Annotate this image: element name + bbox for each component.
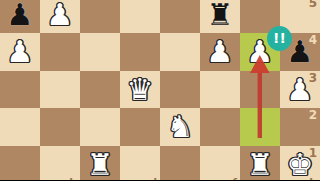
white-queen[interactable]: ♛: [127, 71, 154, 109]
square-b4[interactable]: [40, 33, 80, 71]
square-d3[interactable]: ♛: [120, 71, 160, 109]
square-c1[interactable]: ♜: [80, 146, 120, 181]
square-c2[interactable]: [80, 108, 120, 146]
square-h1[interactable]: ♚: [280, 146, 320, 181]
white-knight[interactable]: ♞: [167, 108, 194, 146]
white-rook[interactable]: ♜: [247, 146, 274, 181]
square-b2[interactable]: [40, 108, 80, 146]
chess-board-screenshot: ♟♟♜♟♟♟♟♛♟♞♜♜♚ !! 54321abcdefgh: [0, 0, 320, 180]
square-f4[interactable]: ♟: [200, 33, 240, 71]
square-b5[interactable]: ♟: [40, 0, 80, 33]
white-pawn[interactable]: ♟: [7, 33, 34, 71]
square-b1[interactable]: [40, 146, 80, 181]
square-f3[interactable]: [200, 71, 240, 109]
square-e1[interactable]: [160, 146, 200, 181]
square-f1[interactable]: [200, 146, 240, 181]
white-pawn[interactable]: ♟: [47, 0, 74, 33]
square-c4[interactable]: [80, 33, 120, 71]
brilliant-move-badge: !!: [267, 26, 292, 51]
white-rook[interactable]: ♜: [87, 146, 114, 181]
square-b3[interactable]: [40, 71, 80, 109]
black-rook[interactable]: ♜: [207, 0, 234, 33]
square-a2[interactable]: [0, 108, 40, 146]
square-g1[interactable]: ♜: [240, 146, 280, 181]
square-e4[interactable]: [160, 33, 200, 71]
square-c3[interactable]: [80, 71, 120, 109]
square-c5[interactable]: [80, 0, 120, 33]
square-d5[interactable]: [120, 0, 160, 33]
square-f5[interactable]: ♜: [200, 0, 240, 33]
square-g2[interactable]: [240, 108, 280, 146]
square-d2[interactable]: [120, 108, 160, 146]
white-pawn[interactable]: ♟: [207, 33, 234, 71]
square-d1[interactable]: [120, 146, 160, 181]
square-h2[interactable]: [280, 108, 320, 146]
square-a3[interactable]: [0, 71, 40, 109]
white-king[interactable]: ♚: [287, 146, 314, 181]
black-pawn[interactable]: ♟: [7, 0, 34, 33]
square-f2[interactable]: [200, 108, 240, 146]
white-pawn[interactable]: ♟: [287, 71, 314, 109]
square-e2[interactable]: ♞: [160, 108, 200, 146]
square-e3[interactable]: [160, 71, 200, 109]
square-g3[interactable]: [240, 71, 280, 109]
square-e5[interactable]: [160, 0, 200, 33]
square-a5[interactable]: ♟: [0, 0, 40, 33]
square-a4[interactable]: ♟: [0, 33, 40, 71]
square-a1[interactable]: [0, 146, 40, 181]
square-d4[interactable]: [120, 33, 160, 71]
square-h3[interactable]: ♟: [280, 71, 320, 109]
